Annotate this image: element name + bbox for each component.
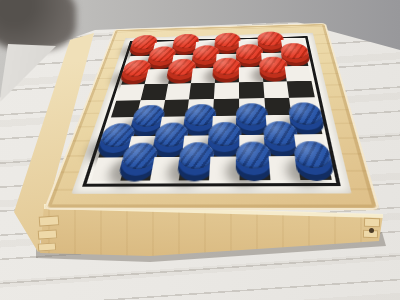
square-r3c8	[285, 66, 311, 81]
square-r4c3	[165, 83, 191, 99]
square-r3c3[interactable]	[168, 68, 193, 83]
blue-piece[interactable]	[183, 104, 216, 126]
square-r4c5	[214, 82, 239, 99]
blue-piece[interactable]	[236, 103, 269, 126]
square-r3c6	[239, 67, 263, 82]
board-paper	[71, 33, 351, 194]
table-edge	[0, 40, 60, 102]
red-piece[interactable]	[192, 45, 220, 61]
square-r8c2[interactable]	[120, 157, 154, 180]
square-r3c4	[191, 68, 216, 83]
square-r4c6[interactable]	[239, 82, 264, 99]
square-r8c3	[149, 157, 182, 181]
blue-piece[interactable]	[236, 141, 272, 168]
square-r3c2	[144, 69, 170, 84]
finger-joint	[364, 218, 380, 228]
nail-hole	[369, 228, 374, 233]
box-top-face	[44, 23, 380, 210]
blue-piece[interactable]	[208, 121, 242, 146]
square-r3c5[interactable]	[215, 67, 239, 82]
finger-joint	[38, 229, 58, 239]
background-object	[0, 0, 76, 50]
square-r4c7	[263, 81, 289, 98]
square-r4c2[interactable]	[140, 84, 167, 100]
red-piece[interactable]	[259, 56, 289, 74]
square-r7c5[interactable]	[210, 135, 239, 157]
square-r8c8[interactable]	[297, 156, 331, 180]
square-r7c7[interactable]	[267, 135, 298, 157]
square-r8c5	[209, 157, 239, 181]
finger-joint	[39, 215, 60, 226]
square-r3c7[interactable]	[262, 66, 287, 81]
square-r4c8[interactable]	[287, 81, 315, 98]
square-r4c4[interactable]	[189, 83, 215, 100]
red-piece[interactable]	[213, 57, 241, 75]
board-3d-wrapper	[44, 23, 380, 210]
square-r8c4[interactable]	[179, 157, 210, 181]
red-piece[interactable]	[236, 44, 263, 60]
square-r5c7[interactable]	[264, 97, 292, 115]
red-piece[interactable]	[215, 33, 241, 48]
finger-joint	[38, 242, 57, 251]
square-r5c5[interactable]	[213, 98, 239, 116]
square-r6c6[interactable]	[239, 116, 267, 136]
square-r8c6[interactable]	[239, 156, 270, 180]
